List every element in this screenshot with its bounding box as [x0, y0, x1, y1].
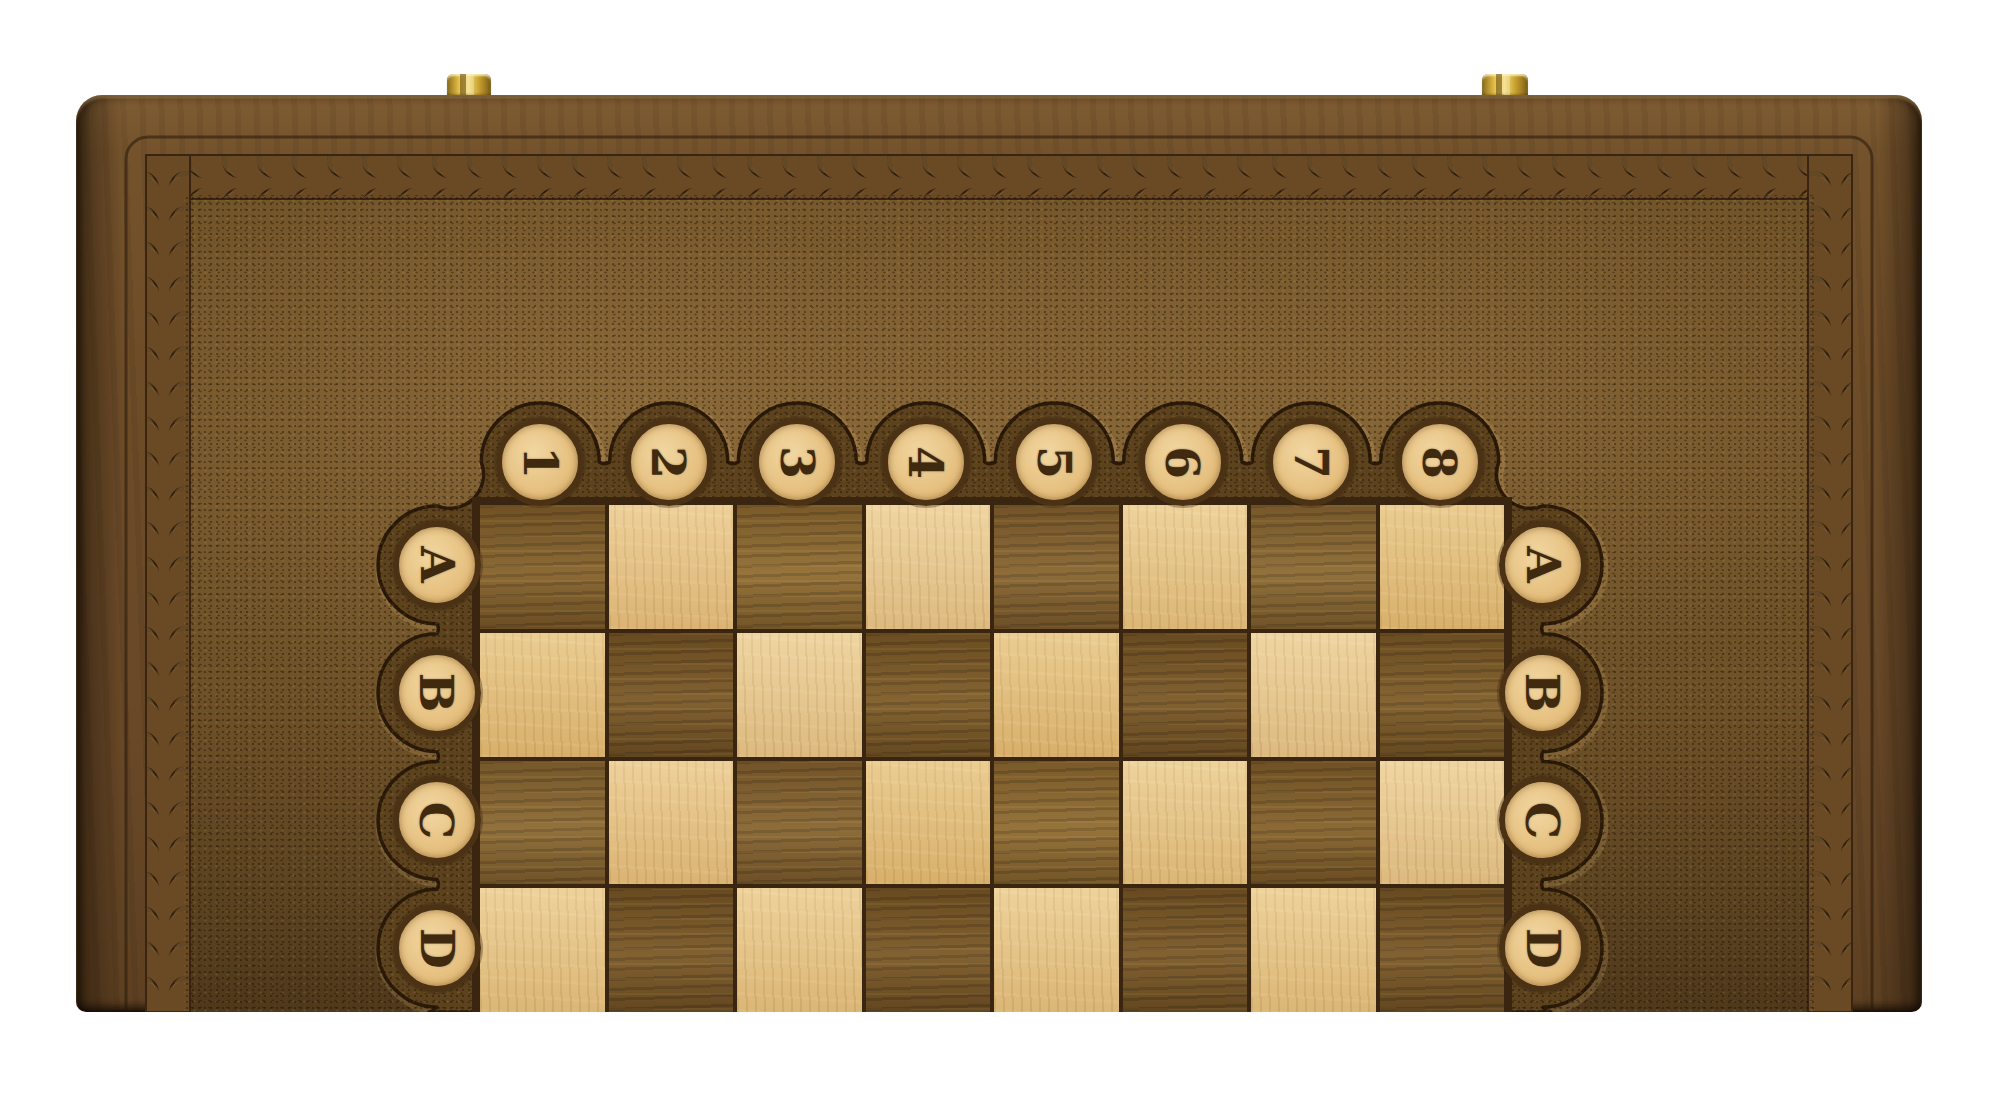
- column-label-2-glyph: 2: [645, 446, 692, 479]
- rope-border-top: [146, 155, 1852, 199]
- square-D1[interactable]: [480, 888, 605, 1012]
- row-label-right-D: D: [1499, 904, 1587, 992]
- row-label-right-D-glyph: D: [1519, 928, 1566, 969]
- square-C4[interactable]: [866, 761, 991, 885]
- square-A7[interactable]: [1251, 505, 1376, 629]
- square-B3[interactable]: [737, 633, 862, 757]
- square-A2[interactable]: [609, 505, 734, 629]
- column-label-1: 1: [496, 418, 584, 506]
- row-label-left-C: C: [393, 776, 481, 864]
- column-label-4-glyph: 4: [902, 446, 949, 479]
- row-label-left-D-glyph: D: [413, 928, 460, 969]
- square-A1[interactable]: [480, 505, 605, 629]
- square-C8[interactable]: [1380, 761, 1505, 885]
- square-B7[interactable]: [1251, 633, 1376, 757]
- square-A3[interactable]: [737, 505, 862, 629]
- square-C1[interactable]: [480, 761, 605, 885]
- square-C6[interactable]: [1123, 761, 1248, 885]
- square-C2[interactable]: [609, 761, 734, 885]
- square-D6[interactable]: [1123, 888, 1248, 1012]
- column-label-4: 4: [882, 418, 970, 506]
- column-label-6-glyph: 6: [1159, 446, 1206, 479]
- square-D7[interactable]: [1251, 888, 1376, 1012]
- column-label-8-glyph: 8: [1416, 446, 1463, 479]
- product-photo-canvas: 12345678 ABCD ABCD: [0, 0, 2000, 1093]
- square-B8[interactable]: [1380, 633, 1505, 757]
- square-D2[interactable]: [609, 888, 734, 1012]
- square-A8[interactable]: [1380, 505, 1505, 629]
- column-label-7-glyph: 7: [1288, 446, 1335, 479]
- row-label-left-D: D: [393, 904, 481, 992]
- wooden-backgammon-case-lid: 12345678 ABCD ABCD: [76, 95, 1922, 1012]
- row-label-left-B: B: [393, 649, 481, 737]
- square-A5[interactable]: [994, 505, 1119, 629]
- row-label-right-B: B: [1499, 649, 1587, 737]
- row-label-right-A-glyph: A: [1520, 547, 1567, 583]
- row-label-left-A-glyph: A: [414, 547, 461, 583]
- rope-border-right: [1808, 155, 1852, 1012]
- square-B2[interactable]: [609, 633, 734, 757]
- row-label-right-A: A: [1499, 521, 1587, 609]
- column-label-5-glyph: 5: [1031, 446, 1078, 479]
- column-label-3: 3: [753, 418, 841, 506]
- square-C5[interactable]: [994, 761, 1119, 885]
- row-label-left-B-glyph: B: [413, 673, 460, 713]
- square-A4[interactable]: [866, 505, 991, 629]
- square-B1[interactable]: [480, 633, 605, 757]
- column-label-5: 5: [1010, 418, 1098, 506]
- row-label-right-B-glyph: B: [1519, 673, 1566, 713]
- square-C7[interactable]: [1251, 761, 1376, 885]
- square-D8[interactable]: [1380, 888, 1505, 1012]
- square-D5[interactable]: [994, 888, 1119, 1012]
- square-B5[interactable]: [994, 633, 1119, 757]
- column-label-7: 7: [1267, 418, 1355, 506]
- square-D4[interactable]: [866, 888, 991, 1012]
- square-D3[interactable]: [737, 888, 862, 1012]
- row-label-right-C: C: [1499, 776, 1587, 864]
- square-A6[interactable]: [1123, 505, 1248, 629]
- half-chessboard-grid: [472, 497, 1512, 1012]
- square-C3[interactable]: [737, 761, 862, 885]
- column-label-3-glyph: 3: [774, 446, 821, 479]
- column-label-8: 8: [1396, 418, 1484, 506]
- column-label-1-glyph: 1: [517, 446, 564, 479]
- square-B6[interactable]: [1123, 633, 1248, 757]
- column-label-2: 2: [625, 418, 713, 506]
- row-label-right-C-glyph: C: [1519, 802, 1566, 839]
- column-label-6: 6: [1139, 418, 1227, 506]
- row-label-left-C-glyph: C: [413, 802, 460, 839]
- row-label-left-A: A: [393, 521, 481, 609]
- square-B4[interactable]: [866, 633, 991, 757]
